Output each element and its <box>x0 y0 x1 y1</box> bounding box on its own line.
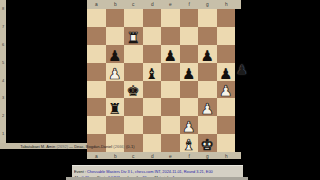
file-label: h <box>220 2 231 7</box>
square-g5[interactable] <box>198 63 217 81</box>
square-d7[interactable] <box>143 27 162 45</box>
square-a5[interactable] <box>87 63 106 81</box>
square-a4[interactable] <box>87 81 106 99</box>
rank-label: 4 <box>2 76 5 85</box>
square-e7[interactable] <box>161 27 180 45</box>
square-a1[interactable] <box>87 134 106 152</box>
file-label: a <box>91 2 102 7</box>
event-value: Chessable Masters Div 3 L, chess.com INT… <box>87 170 213 174</box>
black-pawn-material-icon: ♟ <box>236 62 250 78</box>
square-f2[interactable]: ♟ <box>180 116 199 134</box>
chess-board: ♜♟♟♟♟♝♟♟♚♟♜♟♟♝♚ <box>87 9 235 152</box>
event-label: Event : <box>74 170 86 174</box>
square-g7[interactable] <box>198 27 217 45</box>
square-h7[interactable] <box>217 27 236 45</box>
white-rating: (2692) <box>56 144 68 149</box>
square-e6[interactable]: ♟ <box>161 45 180 63</box>
square-f1[interactable]: ♝ <box>180 134 199 152</box>
rank-label: 1 <box>2 130 5 139</box>
square-g3[interactable]: ♟ <box>198 98 217 116</box>
piece-wP-f2: ♟ <box>182 119 195 135</box>
piece-bP-e6: ♟ <box>164 48 177 64</box>
piece-bP-h5: ♟ <box>219 66 232 82</box>
game-result: (0-1) <box>126 144 134 149</box>
rank-label: 2 <box>2 112 5 121</box>
square-d8[interactable] <box>143 9 162 27</box>
black-player-name: Deac, Bogdan-Daniel <box>74 144 112 149</box>
piece-bP-g6: ♟ <box>201 48 214 64</box>
rank-label: 5 <box>2 58 5 67</box>
game-caption: Tabatabaei M. Amin (2692) — Deac, Bogdan… <box>0 143 154 149</box>
rank-label: 6 <box>2 40 5 49</box>
video-frame: a b c d e f g h ♜♟♟♟♟♝♟♟♚♟♜♟♟♝♚ 8 7 6 5 … <box>0 0 320 180</box>
rank-labels: 8 7 6 5 4 3 2 1 <box>0 0 6 143</box>
square-c2[interactable] <box>124 116 143 134</box>
square-b4[interactable] <box>106 81 125 99</box>
square-e4[interactable] <box>161 81 180 99</box>
square-g1[interactable]: ♚ <box>198 134 217 152</box>
square-f8[interactable] <box>180 9 199 27</box>
square-c7[interactable]: ♜ <box>124 27 143 45</box>
file-label: c <box>128 2 139 7</box>
rank-label: 3 <box>2 94 5 103</box>
square-h6[interactable] <box>217 45 236 63</box>
square-h5[interactable]: ♟ <box>217 63 236 81</box>
square-f3[interactable] <box>180 98 199 116</box>
file-labels-bottom: a b c d e f g h <box>87 152 241 159</box>
file-label: h <box>220 154 231 159</box>
square-h2[interactable] <box>217 116 236 134</box>
square-h4[interactable]: ♟ <box>217 81 236 99</box>
square-b7[interactable] <box>106 27 125 45</box>
file-label: f <box>183 2 194 7</box>
square-h8[interactable] <box>217 9 236 27</box>
square-g6[interactable]: ♟ <box>198 45 217 63</box>
square-c4[interactable]: ♚ <box>124 81 143 99</box>
square-d6[interactable] <box>143 45 162 63</box>
file-label: c <box>128 154 139 159</box>
square-e1[interactable] <box>161 134 180 152</box>
square-c3[interactable] <box>124 98 143 116</box>
rank-label: 8 <box>2 4 5 13</box>
piece-wR-c7: ♜ <box>127 30 140 46</box>
square-d3[interactable] <box>143 98 162 116</box>
square-d5[interactable]: ♝ <box>143 63 162 81</box>
square-c1[interactable] <box>124 134 143 152</box>
piece-bR-b3: ♜ <box>108 101 121 117</box>
square-b3[interactable]: ♜ <box>106 98 125 116</box>
square-c8[interactable] <box>124 9 143 27</box>
square-b6[interactable]: ♟ <box>106 45 125 63</box>
square-g8[interactable] <box>198 9 217 27</box>
piece-wK-g1: ♚ <box>201 137 214 153</box>
file-label: d <box>146 2 157 7</box>
file-label: e <box>165 2 176 7</box>
file-label: g <box>202 2 213 7</box>
file-label: b <box>109 2 120 7</box>
piece-wP-h4: ♟ <box>219 83 232 99</box>
square-f6[interactable] <box>180 45 199 63</box>
file-label: e <box>165 154 176 159</box>
square-a3[interactable] <box>87 98 106 116</box>
square-d4[interactable] <box>143 81 162 99</box>
piece-bK-c4: ♚ <box>127 83 140 99</box>
square-h1[interactable] <box>217 134 236 152</box>
piece-bB-d5: ♝ <box>145 66 158 82</box>
panel-footer-bar <box>66 177 248 180</box>
square-g4[interactable] <box>198 81 217 99</box>
square-a7[interactable] <box>87 27 106 45</box>
square-e2[interactable] <box>161 116 180 134</box>
square-b5[interactable]: ♟ <box>106 63 125 81</box>
square-d1[interactable] <box>143 134 162 152</box>
square-b8[interactable] <box>106 9 125 27</box>
file-label: b <box>109 154 120 159</box>
white-player-name: Tabatabaei M. Amin <box>20 144 55 149</box>
file-label: d <box>146 154 157 159</box>
square-h3[interactable] <box>217 98 236 116</box>
square-f7[interactable] <box>180 27 199 45</box>
file-label: g <box>202 154 213 159</box>
square-a6[interactable] <box>87 45 106 63</box>
piece-wP-b5: ♟ <box>108 66 121 82</box>
square-c5[interactable] <box>124 63 143 81</box>
square-g2[interactable] <box>198 116 217 134</box>
piece-wP-g3: ♟ <box>201 101 214 117</box>
square-d2[interactable] <box>143 116 162 134</box>
file-labels-top: a b c d e f g h <box>87 0 241 9</box>
square-b2[interactable] <box>106 116 125 134</box>
square-e5[interactable] <box>161 63 180 81</box>
players-result-line: Tabatabaei M. Amin (2692) — Deac, Bogdan… <box>20 144 134 149</box>
players-separator: — <box>69 144 73 149</box>
file-label: f <box>183 154 194 159</box>
square-a2[interactable] <box>87 116 106 134</box>
square-e8[interactable] <box>161 9 180 27</box>
square-a8[interactable] <box>87 9 106 27</box>
black-rating: (2666) <box>113 144 125 149</box>
square-e3[interactable] <box>161 98 180 116</box>
file-label: a <box>91 154 102 159</box>
square-f4[interactable] <box>180 81 199 99</box>
piece-bP-f5: ♟ <box>182 66 195 82</box>
square-f5[interactable]: ♟ <box>180 63 199 81</box>
piece-bP-b6: ♟ <box>108 48 121 64</box>
rank-label: 7 <box>2 22 5 31</box>
piece-wB-f1: ♝ <box>182 137 195 153</box>
square-c6[interactable] <box>124 45 143 63</box>
square-b1[interactable] <box>106 134 125 152</box>
